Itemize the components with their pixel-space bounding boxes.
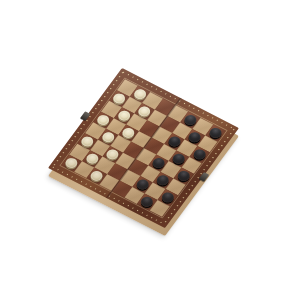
white-checker-piece: [105, 148, 121, 162]
white-checker-piece: [84, 152, 100, 166]
white-checker-piece: [136, 105, 152, 119]
white-checker-piece: [95, 113, 111, 127]
black-checker-piece: [182, 113, 198, 127]
white-checker-piece: [89, 169, 105, 183]
black-checker-piece: [187, 130, 203, 144]
white-checker-piece: [100, 130, 116, 144]
white-checker-piece: [116, 109, 132, 123]
white-checker-piece: [64, 156, 80, 170]
black-checker-piece: [134, 178, 150, 192]
product-photo: [0, 0, 300, 299]
black-checker-piece: [155, 173, 171, 187]
white-checker-piece: [132, 87, 148, 101]
white-checker-piece: [111, 92, 127, 106]
black-checker-piece: [150, 156, 166, 170]
black-checker-piece: [171, 152, 187, 166]
black-checker-piece: [139, 195, 155, 209]
white-checker-piece: [79, 135, 95, 149]
white-checker-piece: [120, 126, 136, 140]
black-checker-piece: [166, 135, 182, 149]
checkers-board: [48, 68, 239, 228]
